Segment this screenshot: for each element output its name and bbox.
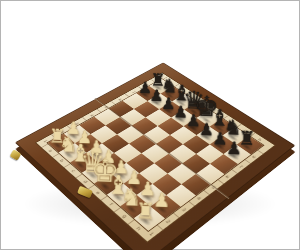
perspective-scene: aabbccddeeffgghh1122334455667788 ♜♞♝♛♚♝♞… <box>0 0 300 250</box>
piece-black-pawn: ♟ <box>212 130 228 148</box>
piece-black-pawn: ♟ <box>226 139 242 157</box>
board: aabbccddeeffgghh1122334455667788 ♜♞♝♛♚♝♞… <box>15 62 296 250</box>
piece-white-rook: ♜ <box>135 200 155 223</box>
square-f5 <box>169 144 196 163</box>
product-photo-chess-set[interactable]: aabbccddeeffgghh1122334455667788 ♜♞♝♛♚♝♞… <box>0 0 300 250</box>
scene-rotation: aabbccddeeffgghh1122334455667788 ♜♞♝♛♚♝♞… <box>0 0 300 250</box>
